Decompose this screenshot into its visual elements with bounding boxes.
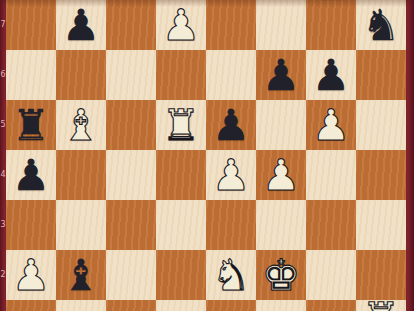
square-c7[interactable] — [106, 0, 156, 50]
square-f3[interactable] — [256, 200, 306, 250]
square-f6[interactable]: ♟ — [256, 50, 306, 100]
square-a1[interactable] — [6, 300, 56, 311]
square-e6[interactable] — [206, 50, 256, 100]
square-e1[interactable] — [206, 300, 256, 311]
square-g1[interactable] — [306, 300, 356, 311]
piece-black-pawn-e5[interactable]: ♟ — [206, 100, 256, 150]
square-b5[interactable]: ♝ — [56, 100, 106, 150]
piece-white-knight-e2[interactable]: ♞ — [206, 250, 256, 300]
piece-white-pawn-f4[interactable]: ♟ — [256, 150, 306, 200]
square-d7[interactable]: ♟ — [156, 0, 206, 50]
square-a2[interactable]: ♟ — [6, 250, 56, 300]
piece-white-king-f2[interactable]: ♚ — [256, 250, 306, 300]
square-g2[interactable] — [306, 250, 356, 300]
piece-black-pawn-a4[interactable]: ♟ — [6, 150, 56, 200]
chess-board: ♟♟♞♟♟♜♝♜♟♟♟♟♟♟♝♞♚♜ — [6, 0, 406, 311]
square-f2[interactable]: ♚ — [256, 250, 306, 300]
square-f1[interactable] — [256, 300, 306, 311]
square-e4[interactable]: ♟ — [206, 150, 256, 200]
square-f7[interactable] — [256, 0, 306, 50]
square-d1[interactable] — [156, 300, 206, 311]
square-g3[interactable] — [306, 200, 356, 250]
square-h6[interactable] — [356, 50, 406, 100]
square-a6[interactable] — [6, 50, 56, 100]
square-g5[interactable]: ♟ — [306, 100, 356, 150]
square-e2[interactable]: ♞ — [206, 250, 256, 300]
chess-board-stage: ♟♟♞♟♟♜♝♜♟♟♟♟♟♟♝♞♚♜ 765432♚ — [0, 0, 414, 311]
square-c2[interactable] — [106, 250, 156, 300]
square-d4[interactable] — [156, 150, 206, 200]
square-d2[interactable] — [156, 250, 206, 300]
square-g6[interactable]: ♟ — [306, 50, 356, 100]
square-a7[interactable] — [6, 0, 56, 50]
square-g4[interactable] — [306, 150, 356, 200]
square-h5[interactable] — [356, 100, 406, 150]
piece-white-rook-d5[interactable]: ♜ — [156, 100, 206, 150]
piece-white-pawn-e4[interactable]: ♟ — [206, 150, 256, 200]
square-b7[interactable]: ♟ — [56, 0, 106, 50]
piece-black-pawn-g6[interactable]: ♟ — [306, 50, 356, 100]
square-d6[interactable] — [156, 50, 206, 100]
square-d3[interactable] — [156, 200, 206, 250]
square-e5[interactable]: ♟ — [206, 100, 256, 150]
square-a4[interactable]: ♟ — [6, 150, 56, 200]
piece-white-pawn-g5[interactable]: ♟ — [306, 100, 356, 150]
square-d5[interactable]: ♜ — [156, 100, 206, 150]
piece-white-rook-h1[interactable]: ♜ — [356, 293, 406, 311]
square-c5[interactable] — [106, 100, 156, 150]
rank-label-2: 2 — [0, 271, 6, 279]
square-h7[interactable]: ♞ — [356, 0, 406, 50]
rank-label-4: 4 — [0, 171, 6, 179]
piece-black-knight-h7[interactable]: ♞ — [356, 0, 406, 50]
piece-white-bishop-b5[interactable]: ♝ — [56, 100, 106, 150]
square-f5[interactable] — [256, 100, 306, 150]
square-b6[interactable] — [56, 50, 106, 100]
square-a5[interactable]: ♜ — [6, 100, 56, 150]
piece-white-pawn-a2[interactable]: ♟ — [6, 250, 56, 300]
square-b1[interactable] — [56, 300, 106, 311]
piece-black-bishop-b2[interactable]: ♝ — [56, 250, 106, 300]
piece-white-pawn-d7[interactable]: ♟ — [156, 0, 206, 50]
rank-label-5: 5 — [0, 121, 6, 129]
square-f4[interactable]: ♟ — [256, 150, 306, 200]
board-right-border — [406, 0, 414, 311]
square-h4[interactable] — [356, 150, 406, 200]
square-c3[interactable] — [106, 200, 156, 250]
square-h3[interactable] — [356, 200, 406, 250]
piece-black-pawn-f6[interactable]: ♟ — [256, 50, 306, 100]
piece-black-rook-a5[interactable]: ♜ — [6, 100, 56, 150]
square-c1[interactable] — [106, 300, 156, 311]
square-b4[interactable] — [56, 150, 106, 200]
piece-black-pawn-b7[interactable]: ♟ — [56, 0, 106, 50]
rank-label-6: 6 — [0, 71, 6, 79]
square-a3[interactable] — [6, 200, 56, 250]
square-c6[interactable] — [106, 50, 156, 100]
square-h1[interactable]: ♜ — [356, 300, 406, 311]
square-c4[interactable] — [106, 150, 156, 200]
square-e3[interactable] — [206, 200, 256, 250]
square-b2[interactable]: ♝ — [56, 250, 106, 300]
rank-label-7: 7 — [0, 21, 6, 29]
piece-black-king-g8[interactable]: ♚ — [306, 0, 356, 9]
square-b3[interactable] — [56, 200, 106, 250]
square-e7[interactable] — [206, 0, 256, 50]
rank-label-3: 3 — [0, 221, 6, 229]
